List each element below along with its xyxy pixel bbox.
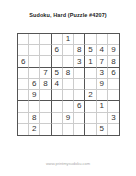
- sudoku-cell-r1c6: [74, 34, 85, 45]
- sudoku-cell-r3c4: [52, 56, 63, 67]
- sudoku-cell-r8c6: [74, 113, 85, 124]
- sudoku-cell-r1c4: [52, 34, 63, 45]
- sudoku-cell-r7c5: [63, 101, 74, 112]
- sudoku-cell-r7c7: [85, 101, 96, 112]
- sudoku-cell-r3c3: [40, 56, 51, 67]
- sudoku-cell-r7c3: [40, 101, 51, 112]
- sudoku-cell-r5c6: [74, 79, 85, 90]
- sudoku-cell-r4c1: [18, 68, 29, 79]
- sudoku-cell-r9c3: [40, 124, 51, 135]
- sudoku-cell-r8c9: 3: [108, 113, 119, 124]
- sudoku-cell-r3c6: 3: [74, 56, 85, 67]
- sudoku-cell-r8c2: 8: [29, 113, 40, 124]
- sudoku-cell-r6c7: 2: [85, 90, 96, 101]
- footer-url: www.printmysudoku.com: [0, 161, 136, 166]
- sudoku-cell-r4c3: 7: [40, 68, 51, 79]
- sudoku-cell-r6c3: [40, 90, 51, 101]
- sudoku-cell-r4c2: [29, 68, 40, 79]
- sudoku-cell-r8c7: [85, 113, 96, 124]
- sudoku-cell-r5c2: 6: [29, 79, 40, 90]
- sudoku-cell-r2c4: 6: [52, 45, 63, 56]
- sudoku-cell-r8c3: [40, 113, 51, 124]
- sudoku-cell-r2c8: 4: [97, 45, 108, 56]
- sudoku-cell-r7c6: 6: [74, 101, 85, 112]
- sudoku-cell-r3c7: 1: [85, 56, 96, 67]
- sudoku-cell-r2c1: [18, 45, 29, 56]
- sudoku-cell-r5c9: [108, 79, 119, 90]
- sudoku-cell-r4c4: 5: [52, 68, 63, 79]
- sudoku-cell-r2c5: [63, 45, 74, 56]
- sudoku-cell-r9c9: [108, 124, 119, 135]
- sudoku-cell-r3c9: 8: [108, 56, 119, 67]
- sudoku-cell-r6c9: [108, 90, 119, 101]
- sudoku-cell-r6c2: 9: [29, 90, 40, 101]
- sudoku-cell-r4c9: 6: [108, 68, 119, 79]
- sudoku-cell-r9c5: [63, 124, 74, 135]
- sudoku-cell-r1c1: [18, 34, 29, 45]
- sudoku-cell-r1c5: 1: [63, 34, 74, 45]
- sudoku-cell-r8c8: [97, 113, 108, 124]
- sudoku-cell-r5c5: [63, 79, 74, 90]
- sudoku-cell-r9c4: [52, 124, 63, 135]
- sudoku-cell-r9c6: [74, 124, 85, 135]
- sudoku-cell-r1c3: [40, 34, 51, 45]
- sudoku-cell-r5c7: [85, 79, 96, 90]
- sudoku-grid: 16854963178758366849926189325: [17, 33, 120, 136]
- sudoku-cell-r9c1: [18, 124, 29, 135]
- sudoku-cell-r5c4: 4: [52, 79, 63, 90]
- sudoku-cell-r3c8: 7: [97, 56, 108, 67]
- sudoku-cell-r8c5: 9: [63, 113, 74, 124]
- sudoku-cell-r4c8: 3: [97, 68, 108, 79]
- sudoku-cell-r6c1: [18, 90, 29, 101]
- sudoku-cell-r6c4: [52, 90, 63, 101]
- sudoku-cell-r7c2: [29, 101, 40, 112]
- sudoku-cell-r1c8: [97, 34, 108, 45]
- sudoku-cell-r4c5: 8: [63, 68, 74, 79]
- sudoku-cell-r1c2: [29, 34, 40, 45]
- sudoku-cell-r5c8: 9: [97, 79, 108, 90]
- sudoku-cell-r7c9: [108, 101, 119, 112]
- sudoku-cell-r7c8: 1: [97, 101, 108, 112]
- sudoku-cell-r6c8: [97, 90, 108, 101]
- sudoku-cell-r2c2: [29, 45, 40, 56]
- sudoku-cell-r2c3: [40, 45, 51, 56]
- sudoku-cell-r7c1: [18, 101, 29, 112]
- sudoku-cell-r9c8: 5: [97, 124, 108, 135]
- sudoku-cell-r6c5: [63, 90, 74, 101]
- sudoku-cell-r5c3: 8: [40, 79, 51, 90]
- sudoku-cell-r9c7: [85, 124, 96, 135]
- sudoku-cell-r2c6: 8: [74, 45, 85, 56]
- sudoku-cell-r8c1: [18, 113, 29, 124]
- sudoku-cell-r4c6: [74, 68, 85, 79]
- sudoku-cell-r2c9: 9: [108, 45, 119, 56]
- sudoku-cell-r9c2: 2: [29, 124, 40, 135]
- sudoku-cell-r5c1: [18, 79, 29, 90]
- sudoku-cell-r8c4: [52, 113, 63, 124]
- sudoku-cell-r3c2: [29, 56, 40, 67]
- page-title: Sudoku, Hard (Puzzle #4207): [0, 12, 136, 18]
- sudoku-cell-r4c7: [85, 68, 96, 79]
- sudoku-cell-r6c6: [74, 90, 85, 101]
- sudoku-cell-r3c5: [63, 56, 74, 67]
- sudoku-cell-r1c9: [108, 34, 119, 45]
- sudoku-cell-r2c7: 5: [85, 45, 96, 56]
- sudoku-cell-r3c1: 6: [18, 56, 29, 67]
- sudoku-cell-r1c7: [85, 34, 96, 45]
- sudoku-cell-r7c4: [52, 101, 63, 112]
